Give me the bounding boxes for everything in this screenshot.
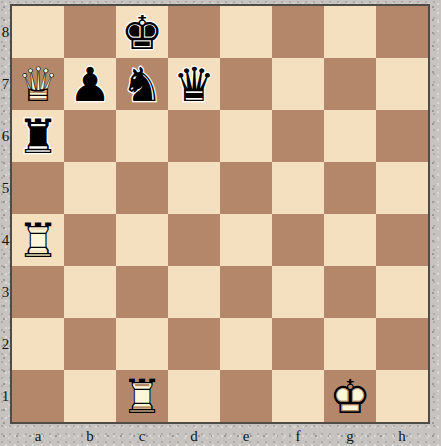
piece-white-queen: ♛♕ (12, 58, 64, 110)
square-d6[interactable] (168, 110, 220, 162)
file-labels: abcdefgh (12, 428, 428, 446)
square-e6[interactable] (220, 110, 272, 162)
square-g8[interactable] (324, 6, 376, 58)
square-a7[interactable]: ♛♕ (12, 58, 64, 110)
piece-white-king: ♚♔ (324, 370, 376, 422)
square-h2[interactable] (376, 318, 428, 370)
square-f3[interactable] (272, 266, 324, 318)
square-g7[interactable] (324, 58, 376, 110)
square-a3[interactable] (12, 266, 64, 318)
square-c8[interactable]: ♚♚ (116, 6, 168, 58)
file-label-c: c (116, 428, 168, 446)
square-f2[interactable] (272, 318, 324, 370)
square-h1[interactable] (376, 370, 428, 422)
square-b4[interactable] (64, 214, 116, 266)
square-h3[interactable] (376, 266, 428, 318)
square-e7[interactable] (220, 58, 272, 110)
square-h4[interactable] (376, 214, 428, 266)
file-label-h: h (376, 428, 428, 446)
square-g5[interactable] (324, 162, 376, 214)
square-a5[interactable] (12, 162, 64, 214)
square-c5[interactable] (116, 162, 168, 214)
square-c3[interactable] (116, 266, 168, 318)
square-g4[interactable] (324, 214, 376, 266)
square-a2[interactable] (12, 318, 64, 370)
square-a6[interactable]: ♜♜ (12, 110, 64, 162)
square-g2[interactable] (324, 318, 376, 370)
square-e2[interactable] (220, 318, 272, 370)
square-b5[interactable] (64, 162, 116, 214)
square-e1[interactable] (220, 370, 272, 422)
square-b7[interactable]: ♟♟ (64, 58, 116, 110)
square-h7[interactable] (376, 58, 428, 110)
square-e4[interactable] (220, 214, 272, 266)
piece-white-rook: ♜♖ (116, 370, 168, 422)
square-c4[interactable] (116, 214, 168, 266)
square-b8[interactable] (64, 6, 116, 58)
square-h8[interactable] (376, 6, 428, 58)
file-label-d: d (168, 428, 220, 446)
square-e5[interactable] (220, 162, 272, 214)
square-a4[interactable]: ♜♖ (12, 214, 64, 266)
square-d8[interactable] (168, 6, 220, 58)
square-f6[interactable] (272, 110, 324, 162)
piece-black-knight: ♞♞ (116, 58, 168, 110)
square-c1[interactable]: ♜♖ (116, 370, 168, 422)
square-f7[interactable] (272, 58, 324, 110)
piece-black-rook: ♜♜ (12, 110, 64, 162)
chess-board: ♚♚♛♕♟♟♞♞♛♛♜♜♜♖♜♖♚♔ (12, 6, 428, 422)
square-f8[interactable] (272, 6, 324, 58)
piece-black-queen: ♛♛ (168, 58, 220, 110)
square-g6[interactable] (324, 110, 376, 162)
square-f4[interactable] (272, 214, 324, 266)
square-d2[interactable] (168, 318, 220, 370)
square-b6[interactable] (64, 110, 116, 162)
square-c7[interactable]: ♞♞ (116, 58, 168, 110)
piece-black-pawn: ♟♟ (64, 58, 116, 110)
square-b3[interactable] (64, 266, 116, 318)
board-frame: ♚♚♛♕♟♟♞♞♛♛♜♜♜♖♜♖♚♔ (10, 4, 430, 424)
square-b2[interactable] (64, 318, 116, 370)
square-d1[interactable] (168, 370, 220, 422)
square-f5[interactable] (272, 162, 324, 214)
square-a1[interactable] (12, 370, 64, 422)
file-label-g: g (324, 428, 376, 446)
square-d7[interactable]: ♛♛ (168, 58, 220, 110)
square-d5[interactable] (168, 162, 220, 214)
piece-black-king: ♚♚ (116, 6, 168, 58)
square-h6[interactable] (376, 110, 428, 162)
square-b1[interactable] (64, 370, 116, 422)
file-label-f: f (272, 428, 324, 446)
square-h5[interactable] (376, 162, 428, 214)
square-e3[interactable] (220, 266, 272, 318)
square-d4[interactable] (168, 214, 220, 266)
square-e8[interactable] (220, 6, 272, 58)
square-c2[interactable] (116, 318, 168, 370)
file-label-a: a (12, 428, 64, 446)
piece-white-rook: ♜♖ (12, 214, 64, 266)
square-f1[interactable] (272, 370, 324, 422)
square-d3[interactable] (168, 266, 220, 318)
square-g1[interactable]: ♚♔ (324, 370, 376, 422)
file-label-e: e (220, 428, 272, 446)
square-c6[interactable] (116, 110, 168, 162)
chess-diagram: 87654321 ♚♚♛♕♟♟♞♞♛♛♜♜♜♖♜♖♚♔ abcdefgh (0, 0, 441, 446)
file-label-b: b (64, 428, 116, 446)
square-g3[interactable] (324, 266, 376, 318)
square-a8[interactable] (12, 6, 64, 58)
